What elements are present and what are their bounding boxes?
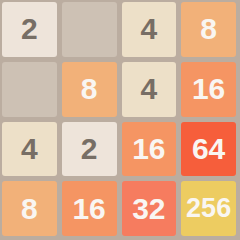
tile-r3c3: 16: [122, 122, 177, 177]
tile-r1c4: 8: [181, 2, 236, 57]
empty-cell-r1c2: [62, 2, 117, 57]
tile-r3c1: 4: [2, 122, 57, 177]
tile-r2c4: 16: [181, 62, 236, 117]
tile-r1c3: 4: [122, 2, 177, 57]
empty-cell-r2c1: [2, 62, 57, 117]
tile-r2c3: 4: [122, 62, 177, 117]
tile-r4c4: 256: [181, 181, 236, 236]
tile-r3c4: 64: [181, 122, 236, 177]
tile-r4c3: 32: [122, 181, 177, 236]
board-2048[interactable]: 2 4 8 8 4 16 4 2 16 64 8 16 32 256: [0, 0, 240, 240]
tile-r4c1: 8: [2, 181, 57, 236]
tile-r1c1: 2: [2, 2, 57, 57]
tile-r2c2: 8: [62, 62, 117, 117]
tile-r4c2: 16: [62, 181, 117, 236]
tile-r3c2: 2: [62, 122, 117, 177]
